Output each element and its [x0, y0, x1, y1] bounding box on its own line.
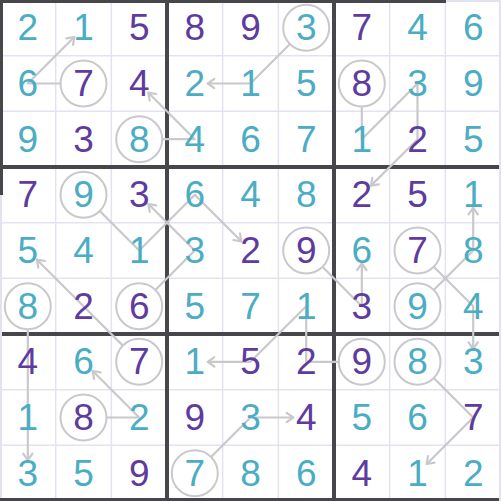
cell-r9c2[interactable]: 5: [56, 445, 112, 501]
entry-digit: 9: [73, 176, 94, 213]
given-digit: 8: [352, 65, 373, 102]
entry-digit: 1: [463, 176, 484, 213]
cell-r7c8[interactable]: 8: [390, 334, 446, 390]
cell-r5c8[interactable]: 7: [390, 223, 446, 279]
cell-r6c8[interactable]: 9: [390, 278, 446, 334]
cell-r1c7[interactable]: 7: [334, 0, 390, 56]
entry-digit: 1: [296, 288, 317, 325]
entry-digit: 6: [185, 176, 206, 213]
cell-r1c2[interactable]: 1: [56, 0, 112, 56]
cell-r1c1[interactable]: 2: [0, 0, 56, 56]
cell-r1c3[interactable]: 5: [111, 0, 167, 56]
entry-digit: 8: [18, 288, 39, 325]
cell-r1c4[interactable]: 8: [167, 0, 223, 56]
given-digit: 2: [407, 121, 428, 158]
cell-r1c6[interactable]: 3: [278, 0, 334, 56]
cell-r3c3[interactable]: 8: [111, 111, 167, 167]
given-digit: 8: [73, 399, 94, 436]
cell-r2c7[interactable]: 8: [334, 56, 390, 112]
cell-r2c9[interactable]: 9: [445, 56, 501, 112]
cell-r5c4[interactable]: 3: [167, 223, 223, 279]
cell-r6c6[interactable]: 1: [278, 278, 334, 334]
cell-r5c1[interactable]: 5: [0, 223, 56, 279]
entry-digit: 3: [463, 343, 484, 380]
cell-r6c5[interactable]: 7: [223, 278, 279, 334]
cell-r8c8[interactable]: 6: [390, 390, 446, 446]
cell-r7c7[interactable]: 9: [334, 334, 390, 390]
entry-digit: 4: [463, 288, 484, 325]
given-digit: 3: [129, 176, 150, 213]
entry-digit: 9: [407, 288, 428, 325]
given-digit: 7: [407, 232, 428, 269]
entry-digit: 1: [352, 121, 373, 158]
cell-r5c5[interactable]: 2: [223, 223, 279, 279]
entry-digit: 6: [18, 65, 39, 102]
cell-r2c6[interactable]: 5: [278, 56, 334, 112]
cell-r8c2[interactable]: 8: [56, 390, 112, 446]
entry-digit: 5: [463, 121, 484, 158]
entry-digit: 1: [407, 455, 428, 492]
given-digit: 6: [129, 288, 150, 325]
cell-r1c8[interactable]: 4: [390, 0, 446, 56]
cell-r7c9[interactable]: 3: [445, 334, 501, 390]
entry-digit: 5: [18, 232, 39, 269]
entry-digit: 8: [407, 343, 428, 380]
given-digit: 4: [129, 65, 150, 102]
entry-digit: 3: [240, 399, 261, 436]
entry-digit: 7: [185, 455, 206, 492]
given-digit: 7: [463, 399, 484, 436]
cell-r9c6[interactable]: 6: [278, 445, 334, 501]
cell-r5c3[interactable]: 1: [111, 223, 167, 279]
cell-r8c1[interactable]: 1: [0, 390, 56, 446]
cell-r9c9[interactable]: 2: [445, 445, 501, 501]
entry-digit: 4: [73, 232, 94, 269]
cell-r5c7[interactable]: 6: [334, 223, 390, 279]
entry-digit: 1: [73, 9, 94, 46]
cell-r2c3[interactable]: 4: [111, 56, 167, 112]
entry-digit: 3: [407, 65, 428, 102]
entry-digit: 2: [18, 9, 39, 46]
cell-r6c2[interactable]: 2: [56, 278, 112, 334]
cell-r3c9[interactable]: 5: [445, 111, 501, 167]
cell-r3c5[interactable]: 6: [223, 111, 279, 167]
cell-r8c7[interactable]: 5: [334, 390, 390, 446]
entry-digit: 1: [129, 232, 150, 269]
cell-r9c3[interactable]: 9: [111, 445, 167, 501]
cell-r7c3[interactable]: 7: [111, 334, 167, 390]
entry-digit: 6: [296, 455, 317, 492]
given-digit: 9: [129, 455, 150, 492]
cell-r7c2[interactable]: 6: [56, 334, 112, 390]
cell-r3c4[interactable]: 4: [167, 111, 223, 167]
cell-r7c6[interactable]: 2: [278, 334, 334, 390]
given-digit: 5: [129, 9, 150, 46]
entry-digit: 6: [240, 121, 261, 158]
given-digit: 9: [352, 343, 373, 380]
cell-r4c1[interactable]: 7: [0, 167, 56, 223]
cell-r5c2[interactable]: 4: [56, 223, 112, 279]
cell-r2c5[interactable]: 1: [223, 56, 279, 112]
entry-digit: 6: [352, 232, 373, 269]
entry-digit: 4: [240, 176, 261, 213]
entry-digit: 4: [407, 9, 428, 46]
cell-r4c8[interactable]: 5: [390, 167, 446, 223]
cell-r3c6[interactable]: 7: [278, 111, 334, 167]
cell-r1c9[interactable]: 6: [445, 0, 501, 56]
sudoku-grid: 2158937466742158399384671257936482515413…: [0, 0, 501, 501]
cell-r9c7[interactable]: 4: [334, 445, 390, 501]
cell-r6c3[interactable]: 6: [111, 278, 167, 334]
entry-digit: 2: [129, 399, 150, 436]
arrow-sudoku-board: 2158937466742158399384671257936482515413…: [0, 0, 501, 501]
cell-r4c5[interactable]: 4: [223, 167, 279, 223]
given-digit: 2: [352, 176, 373, 213]
entry-digit: 7: [296, 121, 317, 158]
entry-digit: 7: [240, 288, 261, 325]
entry-digit: 6: [73, 343, 94, 380]
entry-digit: 5: [73, 455, 94, 492]
given-digit: 7: [18, 176, 39, 213]
given-digit: 4: [352, 455, 373, 492]
entry-digit: 2: [185, 65, 206, 102]
given-digit: 5: [407, 176, 428, 213]
cell-r7c1[interactable]: 4: [0, 334, 56, 390]
entry-digit: 1: [240, 65, 261, 102]
entry-digit: 8: [296, 176, 317, 213]
entry-digit: 1: [18, 399, 39, 436]
cell-r3c7[interactable]: 1: [334, 111, 390, 167]
given-digit: 9: [240, 9, 261, 46]
given-digit: 7: [129, 343, 150, 380]
cell-r7c5[interactable]: 5: [223, 334, 279, 390]
cell-r3c2[interactable]: 3: [56, 111, 112, 167]
entry-digit: 6: [407, 399, 428, 436]
entry-digit: 3: [185, 232, 206, 269]
given-digit: 7: [352, 9, 373, 46]
cell-r8c9[interactable]: 7: [445, 390, 501, 446]
given-digit: 7: [73, 65, 94, 102]
cell-r4c6[interactable]: 8: [278, 167, 334, 223]
cell-r2c1[interactable]: 6: [0, 56, 56, 112]
given-digit: 4: [296, 399, 317, 436]
entry-digit: 6: [463, 9, 484, 46]
cell-r6c4[interactable]: 5: [167, 278, 223, 334]
cell-r2c2[interactable]: 7: [56, 56, 112, 112]
given-digit: 3: [73, 121, 94, 158]
cell-r2c4[interactable]: 2: [167, 56, 223, 112]
entry-digit: 2: [463, 455, 484, 492]
entry-digit: 3: [18, 455, 39, 492]
entry-digit: 4: [185, 121, 206, 158]
given-digit: 9: [185, 399, 206, 436]
cell-r3c8[interactable]: 2: [390, 111, 446, 167]
cell-r2c8[interactable]: 3: [390, 56, 446, 112]
cell-r6c7[interactable]: 3: [334, 278, 390, 334]
cell-r8c6[interactable]: 4: [278, 390, 334, 446]
cell-r4c3[interactable]: 3: [111, 167, 167, 223]
cell-r5c9[interactable]: 8: [445, 223, 501, 279]
entry-digit: 5: [296, 65, 317, 102]
cell-r3c1[interactable]: 9: [0, 111, 56, 167]
cell-r9c4[interactable]: 7: [167, 445, 223, 501]
entry-digit: 9: [18, 121, 39, 158]
given-digit: 9: [296, 232, 317, 269]
entry-digit: 9: [463, 65, 484, 102]
entry-digit: 5: [185, 288, 206, 325]
entry-digit: 8: [463, 232, 484, 269]
cell-r5c6[interactable]: 9: [278, 223, 334, 279]
entry-digit: 1: [185, 343, 206, 380]
cell-r4c4[interactable]: 6: [167, 167, 223, 223]
given-digit: 2: [296, 343, 317, 380]
entry-digit: 3: [296, 9, 317, 46]
cell-r9c5[interactable]: 8: [223, 445, 279, 501]
cell-r6c9[interactable]: 4: [445, 278, 501, 334]
cell-r8c5[interactable]: 3: [223, 390, 279, 446]
cell-r4c2[interactable]: 9: [56, 167, 112, 223]
given-digit: 5: [240, 343, 261, 380]
cell-r1c5[interactable]: 9: [223, 0, 279, 56]
entry-digit: 5: [352, 399, 373, 436]
given-digit: 8: [185, 9, 206, 46]
cell-r8c4[interactable]: 9: [167, 390, 223, 446]
entry-digit: 8: [240, 455, 261, 492]
cell-r4c9[interactable]: 1: [445, 167, 501, 223]
given-digit: 4: [18, 343, 39, 380]
cell-r9c1[interactable]: 3: [0, 445, 56, 501]
entry-digit: 8: [129, 121, 150, 158]
cell-r7c4[interactable]: 1: [167, 334, 223, 390]
given-digit: 3: [352, 288, 373, 325]
given-digit: 2: [73, 288, 94, 325]
cell-r6c1[interactable]: 8: [0, 278, 56, 334]
given-digit: 2: [240, 232, 261, 269]
cell-r9c8[interactable]: 1: [390, 445, 446, 501]
cell-r8c3[interactable]: 2: [111, 390, 167, 446]
cell-r4c7[interactable]: 2: [334, 167, 390, 223]
